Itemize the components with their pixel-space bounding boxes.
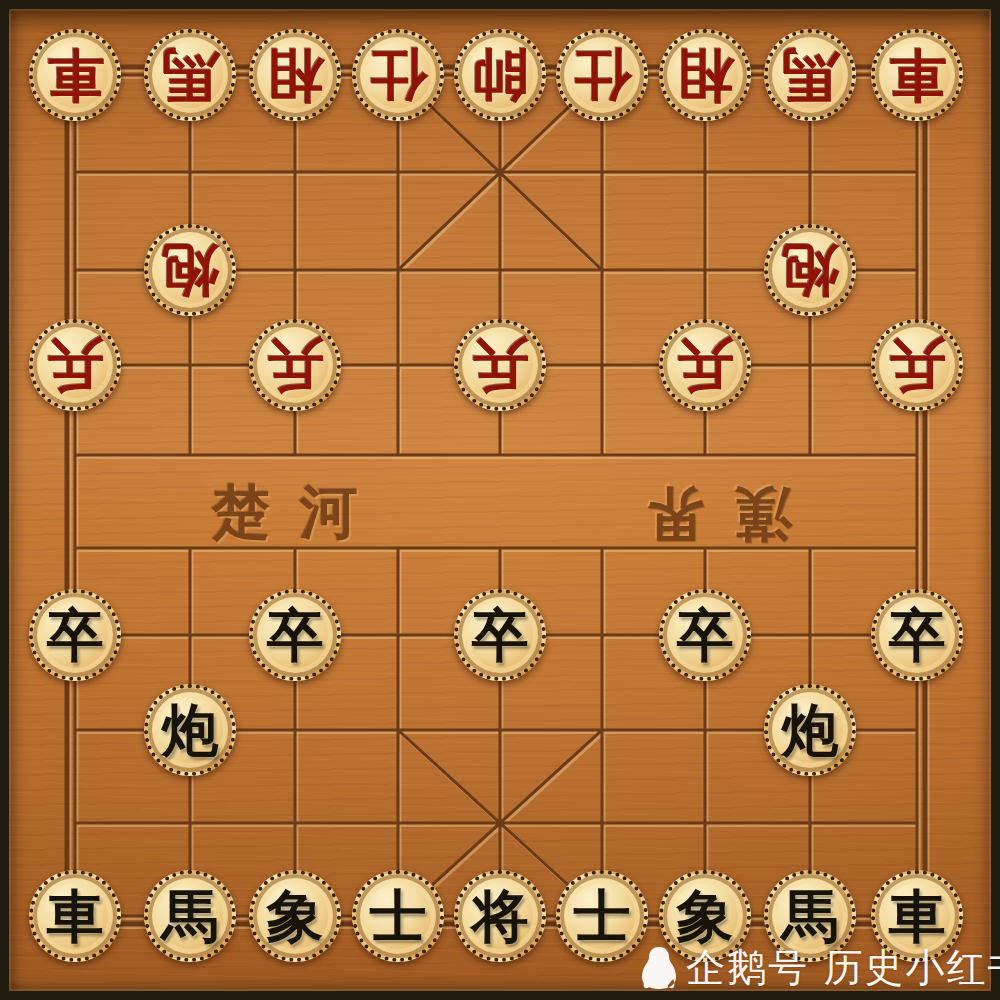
piece-red-soldier[interactable]: 兵 (454, 319, 546, 411)
piece-glyph: 将 (472, 888, 529, 945)
penguin-icon (641, 946, 677, 990)
river-label-han-jie: 漢界 (616, 474, 792, 552)
piece-red-soldier[interactable]: 兵 (659, 319, 751, 411)
piece-glyph: 仕 (370, 47, 427, 104)
piece-glyph: 相 (677, 47, 734, 104)
piece-glyph: 炮 (162, 702, 219, 759)
piece-glyph: 兵 (677, 337, 734, 394)
piece-glyph: 仕 (574, 47, 631, 104)
piece-red-cannon[interactable]: 炮 (144, 224, 236, 316)
piece-glyph: 馬 (162, 888, 219, 945)
piece-glyph: 兵 (47, 337, 104, 394)
piece-black-soldier[interactable]: 卒 (249, 589, 341, 681)
piece-glyph: 車 (889, 47, 946, 104)
piece-glyph: 卒 (47, 607, 104, 664)
piece-black-advisor[interactable]: 士 (556, 870, 648, 962)
piece-glyph: 相 (267, 47, 324, 104)
piece-black-soldier[interactable]: 卒 (659, 589, 751, 681)
piece-glyph: 車 (47, 888, 104, 945)
piece-black-elephant[interactable]: 象 (249, 870, 341, 962)
piece-red-chariot[interactable]: 車 (871, 29, 963, 121)
piece-glyph: 卒 (267, 607, 324, 664)
watermark: 企鹅号 历史小红书 (641, 941, 1000, 995)
piece-red-elephant[interactable]: 相 (249, 29, 341, 121)
xiangqi-board: 楚河 漢界 車馬相仕帥仕相馬車炮炮兵兵兵兵兵卒卒卒卒卒炮炮車馬象士将士象馬車 (9, 9, 991, 991)
piece-red-cannon[interactable]: 炮 (764, 224, 856, 316)
piece-glyph: 馬 (162, 47, 219, 104)
piece-glyph: 士 (370, 888, 427, 945)
piece-black-soldier[interactable]: 卒 (871, 589, 963, 681)
piece-black-soldier[interactable]: 卒 (454, 589, 546, 681)
piece-glyph: 兵 (267, 337, 324, 394)
piece-glyph: 馬 (782, 888, 839, 945)
piece-glyph: 炮 (162, 242, 219, 299)
piece-black-advisor[interactable]: 士 (352, 870, 444, 962)
piece-glyph: 卒 (677, 607, 734, 664)
piece-glyph: 士 (574, 888, 631, 945)
piece-red-horse[interactable]: 馬 (764, 29, 856, 121)
piece-glyph: 卒 (889, 607, 946, 664)
piece-glyph: 炮 (782, 702, 839, 759)
board-grid-lines (9, 9, 991, 991)
piece-black-horse[interactable]: 馬 (144, 870, 236, 962)
piece-glyph: 車 (889, 888, 946, 945)
piece-red-soldier[interactable]: 兵 (249, 319, 341, 411)
piece-red-general[interactable]: 帥 (454, 29, 546, 121)
xiangqi-app: 楚河 漢界 車馬相仕帥仕相馬車炮炮兵兵兵兵兵卒卒卒卒卒炮炮車馬象士将士象馬車 企… (0, 0, 1000, 1000)
piece-black-cannon[interactable]: 炮 (144, 684, 236, 776)
piece-glyph: 炮 (782, 242, 839, 299)
piece-red-advisor[interactable]: 仕 (352, 29, 444, 121)
piece-glyph: 兵 (889, 337, 946, 394)
piece-red-horse[interactable]: 馬 (144, 29, 236, 121)
piece-glyph: 象 (677, 888, 734, 945)
piece-glyph: 帥 (472, 47, 529, 104)
piece-black-cannon[interactable]: 炮 (764, 684, 856, 776)
piece-red-soldier[interactable]: 兵 (29, 319, 121, 411)
piece-red-chariot[interactable]: 車 (29, 29, 121, 121)
piece-red-advisor[interactable]: 仕 (556, 29, 648, 121)
piece-glyph: 兵 (472, 337, 529, 394)
piece-red-elephant[interactable]: 相 (659, 29, 751, 121)
river-label-chu-he: 楚河 (212, 474, 388, 552)
piece-black-general[interactable]: 将 (454, 870, 546, 962)
piece-black-chariot[interactable]: 車 (29, 870, 121, 962)
piece-glyph: 馬 (782, 47, 839, 104)
piece-glyph: 車 (47, 47, 104, 104)
piece-glyph: 卒 (472, 607, 529, 664)
watermark-text: 企鹅号 历史小红书 (686, 941, 1000, 995)
piece-red-soldier[interactable]: 兵 (871, 319, 963, 411)
piece-black-soldier[interactable]: 卒 (29, 589, 121, 681)
piece-glyph: 象 (267, 888, 324, 945)
